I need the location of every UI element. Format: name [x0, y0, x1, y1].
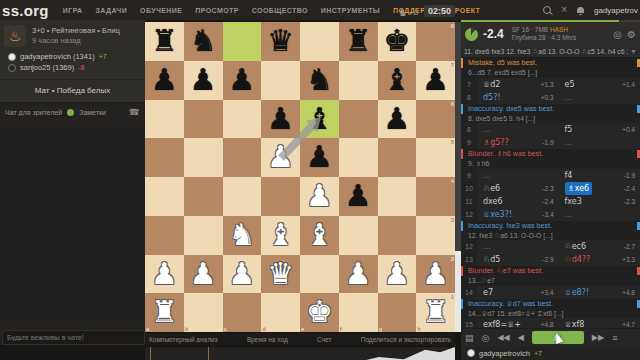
square-h6[interactable]: 6: [416, 100, 455, 139]
square-g6[interactable]: ♟: [378, 100, 417, 139]
square-h3[interactable]: 3: [416, 216, 455, 255]
graph-marker: [150, 347, 151, 360]
record-icon[interactable]: ◎: [482, 333, 490, 343]
white-player-name: gadyapetrovich (1341): [20, 51, 95, 62]
square-e3[interactable]: ♝: [300, 216, 339, 255]
square-g2[interactable]: ♟: [378, 255, 417, 294]
square-e5[interactable]: ♟: [300, 138, 339, 177]
move-san[interactable]: ...: [483, 240, 491, 253]
move-eval: -2.3: [624, 195, 635, 208]
target-icon[interactable]: ◎: [613, 29, 622, 40]
rank-label: 4: [451, 178, 454, 184]
piece-white-bishop[interactable]: ♝: [261, 216, 300, 255]
piece-black-bishop[interactable]: ♝: [378, 61, 417, 100]
piece-black-bishop[interactable]: ♝: [300, 100, 339, 139]
black-player-name: sanjoo25 (1369): [20, 62, 74, 73]
sidebar: ♨ 3+0 • Рейтинговая • Блиц 9 часов назад…: [0, 20, 145, 360]
move-san[interactable]: fxe3: [565, 195, 582, 208]
rank-label: 3: [451, 217, 454, 223]
move-eval: +0.3: [541, 91, 554, 104]
move-cell-b[interactable]: ♘ec6-2.7: [559, 240, 640, 253]
move-row: 13♘d5-2.9♘d4??+3.3: [461, 253, 640, 266]
move-san[interactable]: ♕xf8: [565, 318, 585, 328]
square-d5[interactable]: ♟: [261, 138, 300, 177]
site-logo[interactable]: ss.org: [2, 2, 49, 19]
square-f4[interactable]: ♟: [339, 177, 378, 216]
square-b8[interactable]: ♞: [184, 22, 223, 61]
engine-depth-line: Глубина 28 · 4.3 Mn/s: [512, 34, 609, 42]
move-row: 7♕d2+1.3e5+1.4: [461, 78, 640, 91]
piece-black-pawn[interactable]: ♟: [416, 61, 455, 100]
square-c7[interactable]: ♟: [223, 61, 262, 100]
black-rating-delta: -8: [78, 62, 84, 73]
move-san[interactable]: ♘ec6: [565, 240, 587, 253]
analysis-tab[interactable]: Компьютерный анализ: [149, 336, 218, 343]
square-d8[interactable]: ♛: [261, 22, 300, 61]
engine-gauge-icon[interactable]: [465, 28, 478, 41]
piece-white-pawn[interactable]: ♟: [339, 255, 378, 294]
square-a3[interactable]: [145, 216, 184, 255]
square-f5[interactable]: [339, 138, 378, 177]
move-eval: +1.3: [541, 78, 554, 91]
nav-item[interactable]: ИНСТРУМЕНТЫ: [321, 7, 380, 14]
square-c1[interactable]: c: [223, 293, 262, 332]
move-eval: -1.9: [542, 136, 553, 149]
move-number: 9: [461, 169, 477, 182]
square-f1[interactable]: f: [339, 293, 378, 332]
file-label: d: [262, 326, 266, 332]
piece-black-king[interactable]: ♚: [378, 22, 417, 61]
piece-white-pawn[interactable]: ♟: [378, 255, 417, 294]
move-san[interactable]: ♗xe6: [565, 182, 593, 195]
panel-player-name: gadyapetrovich: [479, 349, 530, 358]
tab-notes[interactable]: Заметки: [79, 109, 106, 116]
engine-header: -2.4 SF 16 · 7MB HASH Глубина 28 · 4.3 M…: [461, 22, 640, 46]
last-move-button[interactable]: ▶▶: [592, 333, 604, 342]
rank-label: 5: [451, 139, 454, 145]
square-f3[interactable]: [339, 216, 378, 255]
square-d6[interactable]: ♟: [261, 100, 300, 139]
chess-board: ♜♞♛♜♚8♟♟♟♞♝7♟♟♝♟6♟♟5♟♟4♞♝♝3♟♟♟♛♟♟2♟a♜bcd…: [145, 22, 455, 332]
square-b4[interactable]: [184, 177, 223, 216]
piece-white-pawn[interactable]: ♟: [261, 138, 300, 177]
first-move-button[interactable]: ◀◀: [497, 333, 509, 342]
mouse-cursor: [552, 331, 563, 344]
piece-white-pawn[interactable]: ♟: [145, 255, 184, 294]
square-g8[interactable]: ♚: [378, 22, 417, 61]
page: ss.org ИГРАЗАДАЧИОБУЧЕНИЕПРОСМОТРСООБЩЕС…: [0, 0, 640, 360]
eval-graph[interactable]: [145, 346, 455, 360]
file-label: c: [224, 326, 227, 332]
move-cell-w[interactable]: dxe6-2.4: [477, 195, 559, 208]
move-san[interactable]: f5: [565, 123, 573, 136]
move-san[interactable]: ♕xe3?!: [483, 208, 512, 221]
piece-white-pawn[interactable]: ♟: [223, 255, 262, 294]
notifications-icon[interactable]: [577, 7, 584, 13]
move-row: 10♘e6-2.3♗xe6-2.4: [461, 182, 640, 195]
move-row: 11dxe6-2.4fxe3-2.3: [461, 195, 640, 208]
panel-player-row[interactable]: gadyapetrovich +7: [461, 346, 640, 360]
square-a4[interactable]: [145, 177, 184, 216]
analysis-tabs: Компьютерный анализВремя на ходСчетПодел…: [145, 333, 455, 343]
file-label: g: [379, 326, 383, 332]
square-g7[interactable]: ♝: [378, 61, 417, 100]
file-label: f: [340, 326, 342, 332]
annotation-inaccuracy: Inaccuracy. fxe3 was best.: [461, 221, 640, 231]
square-h5[interactable]: 5: [416, 138, 455, 177]
search-icon[interactable]: [543, 6, 551, 14]
piece-black-knight[interactable]: ♞: [300, 61, 339, 100]
move-cell-w[interactable]: ...: [477, 240, 559, 253]
move-cell-w[interactable]: ...: [477, 123, 559, 136]
nav-item[interactable]: ОБУЧЕНИЕ: [140, 7, 182, 14]
move-eval: -2.3: [542, 182, 553, 195]
square-f6[interactable]: [339, 100, 378, 139]
move-row: 8...f5+0.4: [461, 123, 640, 136]
white-disc-icon: [8, 53, 16, 61]
piece-white-pawn[interactable]: ♟: [416, 255, 455, 294]
white-player-row[interactable]: gadyapetrovich (1341) +7: [8, 51, 139, 62]
square-g4[interactable]: [378, 177, 417, 216]
top-right-group: × gadyapetrovich: [543, 0, 640, 20]
engine-eval: -2.4: [483, 27, 504, 41]
move-cell-w[interactable]: ♕xe3?!-3.4: [477, 208, 559, 221]
piece-white-knight[interactable]: ♞: [223, 216, 262, 255]
move-san[interactable]: ♕e8?!: [565, 286, 590, 299]
square-b2[interactable]: ♟: [184, 255, 223, 294]
move-eval: -2.4: [624, 182, 635, 195]
piece-black-pawn[interactable]: ♟: [223, 61, 262, 100]
move-number: 13: [461, 253, 477, 266]
square-e7[interactable]: ♞: [300, 61, 339, 100]
move-cell-w[interactable]: ♗g5??-1.9: [477, 136, 559, 149]
nav-item[interactable]: ПРОСМОТР: [195, 7, 238, 14]
annotation-mistake: Mistake. d5 was best.: [461, 58, 640, 68]
square-d7[interactable]: [261, 61, 300, 100]
move-san[interactable]: ...: [483, 169, 491, 182]
move-san[interactable]: ...: [565, 136, 573, 149]
move-cell-w[interactable]: ♕d2+1.3: [477, 78, 559, 91]
square-d2[interactable]: ♛: [261, 255, 300, 294]
annotation-blunder: Blunder. ♘e7 was best.: [461, 266, 640, 276]
piece-black-pawn[interactable]: ♟: [145, 61, 184, 100]
square-c8[interactable]: [223, 22, 262, 61]
chat-messages-area: [0, 121, 145, 326]
phone-icon[interactable]: ☎: [129, 107, 140, 117]
nav-item[interactable]: ЗАДАЧИ: [96, 7, 128, 14]
white-rating-delta: +7: [99, 51, 107, 62]
engine-name-line: SF 16 · 7MB HASH: [512, 26, 609, 34]
move-cell-b[interactable]: ♕xf8+4.7: [559, 318, 640, 328]
move-cell-b[interactable]: ♕e8?!+4.8: [559, 286, 640, 299]
rank-label: 8: [451, 23, 454, 29]
piece-white-bishop[interactable]: ♝: [300, 216, 339, 255]
square-e4[interactable]: ♟: [300, 177, 339, 216]
piece-white-king[interactable]: ♚: [300, 293, 339, 332]
chat-presence: gadyapetrovich: [0, 345, 145, 360]
black-player-row[interactable]: sanjoo25 (1369) -8: [8, 62, 139, 73]
piece-white-pawn[interactable]: ♟: [300, 177, 339, 216]
move-eval: +4.7: [622, 318, 635, 328]
blitz-flame-icon: ♨: [4, 25, 26, 47]
chat-tabs: Чат для зрителей Заметки ☎: [0, 102, 145, 121]
eval-graph-white-area: [362, 347, 455, 360]
move-row: 15exf8=♕++4.8♕xf8+4.7: [461, 318, 640, 328]
top-nav-bar: ss.org ИГРАЗАДАЧИОБУЧЕНИЕПРОСМОТРСООБЩЕС…: [0, 0, 640, 20]
piece-white-pawn[interactable]: ♟: [184, 255, 223, 294]
game-meta: 3+0 • Рейтинговая • Блиц: [32, 26, 120, 36]
square-d3[interactable]: ♝: [261, 216, 300, 255]
rank-label: 6: [451, 101, 454, 107]
piece-black-pawn[interactable]: ♟: [339, 177, 378, 216]
move-number: 12: [461, 208, 477, 221]
annotation-inaccuracy: Inaccuracy. dxe5 was best.: [461, 104, 640, 114]
move-eval: -2.9: [542, 253, 553, 266]
move-row: 12...♘ec6-2.7: [461, 240, 640, 253]
piece-black-pawn[interactable]: ♟: [300, 138, 339, 177]
tab-spectator-chat[interactable]: Чат для зрителей: [5, 109, 62, 116]
square-f2[interactable]: ♟: [339, 255, 378, 294]
move-number: 8: [461, 123, 477, 136]
username[interactable]: gadyapetrovich: [594, 6, 638, 15]
square-a2[interactable]: ♟: [145, 255, 184, 294]
move-san[interactable]: ...: [565, 91, 573, 104]
move-san[interactable]: dxe6: [483, 195, 503, 208]
playback-controls: ▤ ◎ ◀◀ ◀ ▶ ▶▶ ≡: [461, 328, 640, 346]
square-e6[interactable]: ♝: [300, 100, 339, 139]
captured-knight-icon: ♞: [398, 7, 407, 18]
move-row: 9...f4-1.9: [461, 169, 640, 182]
next-move-button[interactable]: ▶: [532, 331, 584, 344]
piece-black-pawn[interactable]: ♟: [378, 100, 417, 139]
square-c6[interactable]: [223, 100, 262, 139]
square-c4[interactable]: [223, 177, 262, 216]
engine-hash: HASH: [550, 26, 568, 33]
variation-line[interactable]: 13...♘e7: [461, 276, 640, 286]
piece-white-queen[interactable]: ♛: [261, 255, 300, 294]
square-g5[interactable]: [378, 138, 417, 177]
game-result: Мат • Победа белых: [0, 79, 145, 102]
chat-input[interactable]: [2, 330, 145, 345]
piece-black-rook[interactable]: ♜: [339, 22, 378, 61]
menu-icon[interactable]: ≡: [612, 333, 617, 343]
variation-line[interactable]: 8. dxe5 dxe5 9. h4 [...]: [461, 114, 640, 124]
piece-white-rook[interactable]: ♜: [416, 293, 455, 332]
move-eval: +4.8: [541, 318, 554, 328]
square-b7[interactable]: ♟: [184, 61, 223, 100]
move-row: 14e7+3.4♕e8?!+4.8: [461, 286, 640, 299]
chess-board-wrapper: ♜♞♛♜♚8♟♟♟♞♝7♟♟♝♟6♟♟5♟♟4♞♝♝3♟♟♟♛♟♟2♟a♜bcd…: [145, 22, 455, 332]
move-number: 8: [461, 91, 477, 104]
square-b6[interactable]: [184, 100, 223, 139]
variation-line[interactable]: 12. fxe3 ♘a6 13. O-O-O [...]: [461, 231, 640, 241]
square-g3[interactable]: [378, 216, 417, 255]
chat-toggle[interactable]: [67, 109, 74, 116]
square-h7[interactable]: 7♟: [416, 61, 455, 100]
gear-icon[interactable]: ⚙: [627, 29, 636, 40]
prev-move-button[interactable]: ◀: [518, 333, 524, 342]
move-number: 15: [461, 318, 477, 328]
board-editor-icon[interactable]: ▤: [465, 333, 474, 343]
square-h1[interactable]: 1h♜: [416, 293, 455, 332]
move-cell-b[interactable]: ♗xe6-2.4: [559, 182, 640, 195]
move-san[interactable]: e7: [483, 286, 493, 299]
piece-black-pawn[interactable]: ♟: [261, 100, 300, 139]
move-san[interactable]: ♘e6: [483, 182, 500, 195]
material-advantage: ♞ +3: [398, 7, 418, 18]
move-number: 9: [461, 136, 477, 149]
move-cell-w[interactable]: d5?!+0.3: [477, 91, 559, 104]
below-board-area: Компьютерный анализВремя на ходСчетПодел…: [145, 333, 455, 360]
analysis-tab[interactable]: Поделиться и экспортировать: [361, 336, 451, 343]
piece-white-rook[interactable]: ♜: [145, 293, 184, 332]
file-label: b: [185, 326, 189, 332]
square-h8[interactable]: 8: [416, 22, 455, 61]
move-san[interactable]: ♘d4??: [565, 253, 591, 266]
black-disc-icon: [8, 64, 16, 72]
game-info-panel: ♨ 3+0 • Рейтинговая • Блиц 9 часов назад…: [0, 20, 145, 79]
move-eval: -2.4: [542, 195, 553, 208]
move-cell-b[interactable]: fxe3-2.3: [559, 195, 640, 208]
move-san[interactable]: ♕d2: [483, 78, 500, 91]
black-clock: 02:50: [424, 5, 455, 17]
variation-line[interactable]: 6...d5 7. exd5 exd5 [...]: [461, 68, 640, 78]
square-d1[interactable]: d: [261, 293, 300, 332]
analysis-tab[interactable]: Счет: [317, 336, 331, 343]
graph-marker: [208, 347, 209, 360]
square-a1[interactable]: a♜: [145, 293, 184, 332]
move-cell-b[interactable]: f4-1.9: [559, 169, 640, 182]
square-e2[interactable]: [300, 255, 339, 294]
annotation-blunder: Blunder. ♗h6 was best.: [461, 149, 640, 159]
panel-player-delta: +7: [534, 350, 542, 357]
move-number: 12: [461, 240, 477, 253]
move-cell-w[interactable]: ♘d5-2.9: [477, 253, 559, 266]
move-eval: -2.7: [624, 240, 635, 253]
move-row: 8d5?!+0.3...: [461, 91, 640, 104]
square-a8[interactable]: ♜: [145, 22, 184, 61]
move-number: 7: [461, 78, 477, 91]
move-number: 10: [461, 182, 477, 195]
move-number: 11: [461, 195, 477, 208]
move-cell-b[interactable]: ...: [559, 91, 640, 104]
variation-line[interactable]: 9. ♗h6: [461, 159, 640, 169]
move-eval: -3.4: [542, 208, 553, 221]
square-a6[interactable]: [145, 100, 184, 139]
square-c5[interactable]: [223, 138, 262, 177]
variation-line[interactable]: 14...♕d7 15. exf8=♕+ ♖xf8 [...]: [461, 309, 640, 319]
engine-pv-line[interactable]: 11. dxe6 fxe3 12. fxe3 ♘a6 13. O-O-O ♘c5…: [461, 46, 640, 58]
game-time-ago: 9 часов назад: [32, 36, 120, 46]
move-row: 12♕xe3?!-3.4...: [461, 208, 640, 221]
move-cell-b[interactable]: ...: [559, 208, 640, 221]
square-h2[interactable]: 2♟: [416, 255, 455, 294]
analysis-tab[interactable]: Время на ход: [247, 336, 288, 343]
move-cell-w[interactable]: ...: [477, 169, 559, 182]
move-eval: +3.4: [541, 286, 554, 299]
piece-black-queen[interactable]: ♛: [261, 22, 300, 61]
move-san[interactable]: ♘d5: [483, 253, 500, 266]
square-d4[interactable]: [261, 177, 300, 216]
move-cell-b[interactable]: ...: [559, 136, 640, 149]
move-cell-b[interactable]: e5+1.4: [559, 78, 640, 91]
move-eval: +3.3: [622, 253, 635, 266]
nav-item[interactable]: ИГРА: [63, 7, 83, 14]
square-e1[interactable]: e♚: [300, 293, 339, 332]
move-san[interactable]: ...: [483, 123, 491, 136]
square-a7[interactable]: ♟: [145, 61, 184, 100]
move-san[interactable]: e5: [565, 78, 575, 91]
square-e8[interactable]: [300, 22, 339, 61]
square-f8[interactable]: ♜: [339, 22, 378, 61]
move-eval: -1.9: [624, 169, 635, 182]
move-cell-w[interactable]: ♘e6-2.3: [477, 182, 559, 195]
panel-player-disc: [467, 349, 475, 357]
move-eval: +0.4: [622, 123, 635, 136]
square-a5[interactable]: [145, 138, 184, 177]
piece-black-knight[interactable]: ♞: [184, 22, 223, 61]
nav-item[interactable]: СООБЩЕСТВО: [252, 7, 308, 14]
move-cell-b[interactable]: ♘d4??+3.3: [559, 253, 640, 266]
square-f7[interactable]: [339, 61, 378, 100]
analysis-panel: -2.4 SF 16 · 7MB HASH Глубина 28 · 4.3 M…: [461, 20, 640, 360]
piece-black-rook[interactable]: ♜: [145, 22, 184, 61]
square-g1[interactable]: g: [378, 293, 417, 332]
move-row: 9♗g5??-1.9...: [461, 136, 640, 149]
move-san[interactable]: f4: [565, 169, 573, 182]
move-san[interactable]: ...: [565, 208, 573, 221]
square-b3[interactable]: [184, 216, 223, 255]
square-b1[interactable]: b: [184, 293, 223, 332]
move-cell-w[interactable]: exf8=♕++4.8: [477, 318, 559, 328]
square-h4[interactable]: 4: [416, 177, 455, 216]
move-eval: +1.4: [622, 78, 635, 91]
move-san[interactable]: ♗g5??: [483, 136, 509, 149]
move-cell-b[interactable]: f5+0.4: [559, 123, 640, 136]
annotation-inaccuracy: Inaccuracy. ♕d7 was best.: [461, 299, 640, 309]
square-c2[interactable]: ♟: [223, 255, 262, 294]
close-icon[interactable]: ×: [561, 5, 567, 15]
move-cell-w[interactable]: e7+3.4: [477, 286, 559, 299]
piece-black-pawn[interactable]: ♟: [184, 61, 223, 100]
square-b5[interactable]: [184, 138, 223, 177]
square-c3[interactable]: ♞: [223, 216, 262, 255]
move-eval: +4.8: [622, 286, 635, 299]
move-san[interactable]: d5?!: [483, 91, 501, 104]
move-san[interactable]: exf8=♕+: [483, 318, 521, 328]
expand-pv-icon[interactable]: ▼: [630, 48, 637, 55]
move-list: Mistake. d5 was best.6...d5 7. exd5 exd5…: [461, 58, 640, 328]
move-number: 14: [461, 286, 477, 299]
